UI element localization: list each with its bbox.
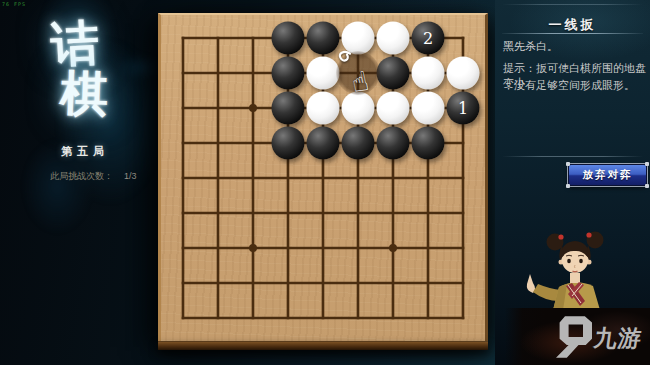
sidebar: 诘 棋 第五局 此局挑战次数：1/3 xyxy=(0,0,160,365)
calligraphy-title-char-2: 棋 xyxy=(59,61,109,127)
black-stone xyxy=(272,57,305,90)
button-corner-ornament xyxy=(645,184,649,188)
white-stone xyxy=(412,92,445,125)
black-stone: 2 xyxy=(412,22,445,55)
puzzle-objective: 黑先杀白。 xyxy=(503,39,647,54)
black-stone: 1 xyxy=(447,92,480,125)
black-stone xyxy=(377,57,410,90)
button-corner-ornament xyxy=(566,162,570,166)
button-corner-ornament xyxy=(566,184,570,188)
puzzle-title: 一线扳 xyxy=(495,16,650,34)
game-screen: 76 FPS 诘 棋 第五局 此局挑战次数：1/3 21☝ 一线扳 黑先杀白。 … xyxy=(0,0,650,365)
round-label: 第五局 xyxy=(15,144,155,159)
black-stone xyxy=(307,127,340,160)
stones-layer: 21☝ xyxy=(183,38,463,318)
separator-top xyxy=(502,4,643,5)
black-stone xyxy=(377,127,410,160)
black-stone xyxy=(272,22,305,55)
move-number-label: 2 xyxy=(423,30,433,46)
white-stone xyxy=(377,22,410,55)
black-stone xyxy=(412,127,445,160)
brand-logo: 九游 xyxy=(556,315,650,359)
attempts-label: 此局挑战次数： xyxy=(50,171,113,181)
puzzle-panel: 一线扳 黑先杀白。 提示：扳可使白棋所围的地盘变小 ，没有足够空间形成眼形。 放… xyxy=(495,0,650,365)
give-up-button-label: 放弃对弈 xyxy=(583,168,633,182)
move-number-label: 1 xyxy=(458,100,468,116)
board-grid[interactable]: 21☝ xyxy=(183,38,463,318)
black-stone xyxy=(272,127,305,160)
go-board[interactable]: 21☝ xyxy=(158,13,488,341)
white-stone xyxy=(307,92,340,125)
black-stone xyxy=(342,127,375,160)
brand-name: 九游 xyxy=(592,323,644,354)
separator-above-button xyxy=(502,156,643,157)
button-corner-ornament xyxy=(645,162,649,166)
black-stone xyxy=(272,92,305,125)
puzzle-hint-line2: ，没有足够空间形成眼形。 xyxy=(503,78,649,93)
attempts-value: 1/3 xyxy=(124,171,137,181)
white-stone xyxy=(412,57,445,90)
tap-motion-swirl-icon xyxy=(334,50,354,68)
give-up-button[interactable]: 放弃对弈 xyxy=(568,164,647,186)
separator-under-title xyxy=(502,33,643,34)
white-stone xyxy=(377,92,410,125)
watermark-band: 九游 xyxy=(505,308,650,365)
jiuyou-9-logo-icon xyxy=(556,315,592,359)
girl-character-illustration xyxy=(519,229,619,310)
attempts-row: 此局挑战次数：1/3 xyxy=(50,170,137,183)
white-stone xyxy=(447,57,480,90)
